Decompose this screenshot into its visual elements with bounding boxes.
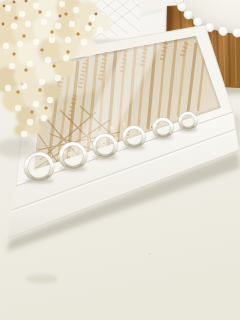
table-smudge <box>26 274 58 284</box>
photo-canvas <box>0 0 240 320</box>
pink-fleck <box>21 83 24 86</box>
table-speck <box>149 253 151 255</box>
jewelry-photo <box>0 0 240 320</box>
